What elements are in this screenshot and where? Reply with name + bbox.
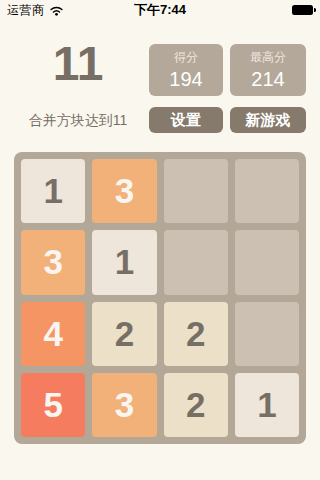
score-value: 194 bbox=[169, 68, 202, 91]
new-game-button[interactable]: 新游戏 bbox=[230, 107, 306, 133]
empty-cell-r2c4 bbox=[235, 230, 299, 294]
tile-1-r1c1: 1 bbox=[21, 159, 85, 223]
best-score-box: 最高分 214 bbox=[230, 44, 306, 96]
tile-2-r4c3: 2 bbox=[164, 373, 228, 437]
empty-cell-r1c4 bbox=[235, 159, 299, 223]
tile-2-r3c2: 2 bbox=[92, 302, 156, 366]
game-board[interactable]: 13314225321 bbox=[14, 152, 306, 444]
goal-subtitle: 合并方块达到11 bbox=[8, 112, 148, 130]
settings-button[interactable]: 设置 bbox=[149, 107, 223, 133]
tile-2-r3c3: 2 bbox=[164, 302, 228, 366]
status-bar: 运营商 下午7:44 bbox=[0, 0, 320, 20]
tile-5-r4c1: 5 bbox=[21, 373, 85, 437]
tile-4-r3c1: 4 bbox=[21, 302, 85, 366]
empty-cell-r3c4 bbox=[235, 302, 299, 366]
battery-icon bbox=[292, 5, 313, 15]
tile-3-r1c2: 3 bbox=[92, 159, 156, 223]
score-box: 得分 194 bbox=[149, 44, 223, 96]
tile-1-r4c4: 1 bbox=[235, 373, 299, 437]
empty-cell-r1c3 bbox=[164, 159, 228, 223]
tile-3-r4c2: 3 bbox=[92, 373, 156, 437]
best-score-label: 最高分 bbox=[250, 49, 286, 66]
best-score-value: 214 bbox=[251, 68, 284, 91]
clock: 下午7:44 bbox=[0, 1, 320, 19]
tile-1-r2c2: 1 bbox=[92, 230, 156, 294]
score-label: 得分 bbox=[174, 49, 198, 66]
tile-3-r2c1: 3 bbox=[21, 230, 85, 294]
page-title: 11 bbox=[14, 40, 142, 88]
empty-cell-r2c3 bbox=[164, 230, 228, 294]
